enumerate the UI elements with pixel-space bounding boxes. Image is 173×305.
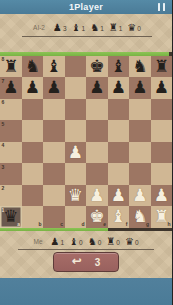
square-h2[interactable]: ♟: [151, 185, 173, 207]
square-h7[interactable]: ♟: [151, 77, 173, 99]
square-a6[interactable]: 6: [0, 99, 22, 121]
black-pawn: ♟: [22, 77, 44, 99]
square-e1[interactable]: e♚: [86, 206, 108, 228]
square-g8[interactable]: ♞: [129, 56, 151, 78]
white-king: ♚: [86, 206, 108, 228]
file-label: c: [60, 221, 63, 227]
square-a8[interactable]: 8♜: [0, 56, 22, 78]
knight-icon: ♞: [88, 236, 97, 247]
capture-count: 3: [63, 25, 67, 33]
square-a3[interactable]: 3: [0, 163, 22, 185]
square-a7[interactable]: 7♟: [0, 77, 22, 99]
black-rook: ♜: [0, 56, 22, 78]
square-g3[interactable]: [129, 163, 151, 185]
rank-label: 3: [2, 164, 5, 170]
page-title: 1Player: [69, 2, 103, 12]
capture-count: 0: [137, 25, 141, 33]
square-b6[interactable]: [22, 99, 44, 121]
chess-board[interactable]: 8♜♞♝♚♝♞♜7♟♟♟♟♟♟♟654♟32♛♟♟♟♟1a♛bcde♚f♝g♞h…: [0, 56, 172, 228]
black-pawn: ♟: [151, 77, 173, 99]
square-e3[interactable]: [86, 163, 108, 185]
white-pawn: ♟: [151, 185, 173, 207]
pawn-icon: ♟: [53, 22, 62, 33]
opponent-label: AI-2: [33, 24, 45, 31]
bishop-icon: ♝: [69, 236, 78, 247]
black-rook: ♜: [151, 56, 173, 78]
captured-pawn: ♟1: [51, 236, 65, 247]
square-a4[interactable]: 4: [0, 142, 22, 164]
black-king: ♚: [86, 56, 108, 78]
file-label: d: [81, 221, 84, 227]
pause-icon: [163, 3, 166, 11]
square-a5[interactable]: 5: [0, 120, 22, 142]
square-d6[interactable]: [65, 99, 87, 121]
pause-button[interactable]: [158, 3, 166, 11]
square-f8[interactable]: ♝: [108, 56, 130, 78]
white-pawn: ♟: [108, 185, 130, 207]
square-c3[interactable]: [43, 163, 65, 185]
pause-icon: [158, 3, 161, 11]
square-b8[interactable]: ♞: [22, 56, 44, 78]
square-a2[interactable]: 2: [0, 185, 22, 207]
square-b5[interactable]: [22, 120, 44, 142]
capture-count: 1: [119, 25, 123, 33]
bishop-icon: ♝: [72, 22, 81, 33]
white-bishop: ♝: [108, 206, 130, 228]
square-c5[interactable]: [43, 120, 65, 142]
square-b2[interactable]: [22, 185, 44, 207]
captured-bishop: ♝0: [69, 236, 83, 247]
square-a1[interactable]: 1a♛: [0, 206, 22, 228]
rank-label: 2: [2, 185, 5, 191]
capture-count: 0: [116, 239, 120, 247]
square-d1[interactable]: d: [65, 206, 87, 228]
queen-icon: ♛: [127, 22, 136, 33]
knight-icon: ♞: [90, 22, 99, 33]
square-d3[interactable]: [65, 163, 87, 185]
square-b1[interactable]: b: [22, 206, 44, 228]
capture-count: 0: [98, 239, 102, 247]
square-c2[interactable]: [43, 185, 65, 207]
square-b4[interactable]: [22, 142, 44, 164]
chess-app-screen: 1Player AI-2 ♟3♝1♞1♜1♛0 8♜♞♝♚♝♞♜7♟♟♟♟♟♟♟…: [0, 0, 172, 305]
square-f1[interactable]: f♝: [108, 206, 130, 228]
black-pawn: ♟: [0, 77, 22, 99]
white-pawn: ♟: [65, 142, 87, 164]
square-g2[interactable]: ♟: [129, 185, 151, 207]
square-e6[interactable]: [86, 99, 108, 121]
opponent-capture-tray: AI-2 ♟3♝1♞1♜1♛0: [22, 18, 152, 37]
captured-queen: ♛0: [127, 22, 141, 33]
square-b3[interactable]: [22, 163, 44, 185]
white-queen: ♛: [65, 185, 87, 207]
player-label: Me: [34, 238, 43, 245]
undo-button[interactable]: ↩ 3: [53, 252, 119, 272]
captured-rook: ♜0: [106, 236, 120, 247]
black-knight: ♞: [129, 56, 151, 78]
black-pawn: ♟: [129, 77, 151, 99]
square-c1[interactable]: c: [43, 206, 65, 228]
square-f2[interactable]: ♟: [108, 185, 130, 207]
square-h4[interactable]: [151, 142, 173, 164]
square-g4[interactable]: [129, 142, 151, 164]
black-queen: ♛: [0, 206, 22, 228]
capture-count: 0: [135, 239, 139, 247]
square-b7[interactable]: ♟: [22, 77, 44, 99]
square-d5[interactable]: [65, 120, 87, 142]
square-d7[interactable]: [65, 77, 87, 99]
square-h3[interactable]: [151, 163, 173, 185]
captured-queen: ♛0: [125, 236, 139, 247]
black-pawn: ♟: [108, 77, 130, 99]
capture-count: 1: [100, 25, 104, 33]
white-pawn: ♟: [129, 185, 151, 207]
black-knight: ♞: [22, 56, 44, 78]
pawn-icon: ♟: [51, 236, 60, 247]
square-h5[interactable]: [151, 120, 173, 142]
white-rook: ♜: [151, 206, 173, 228]
player-progress-bar: [0, 228, 172, 232]
square-c4[interactable]: [43, 142, 65, 164]
captured-knight: ♞1: [90, 22, 104, 33]
undo-icon: ↩: [72, 255, 82, 267]
captured-pawn: ♟3: [53, 22, 67, 33]
square-g7[interactable]: ♟: [129, 77, 151, 99]
square-d2[interactable]: ♛: [65, 185, 87, 207]
black-pawn: ♟: [43, 77, 65, 99]
square-f3[interactable]: [108, 163, 130, 185]
captured-bishop: ♝1: [72, 22, 86, 33]
file-label: b: [38, 221, 41, 227]
rank-label: 4: [2, 142, 5, 148]
square-h8[interactable]: ♜: [151, 56, 173, 78]
player-capture-tray: Me ♟1♝0♞0♜0♛0: [18, 233, 154, 250]
square-f4[interactable]: [108, 142, 130, 164]
top-bar: 1Player: [0, 0, 172, 14]
white-pawn: ♟: [86, 185, 108, 207]
captured-rook: ♜1: [109, 22, 123, 33]
black-bishop: ♝: [108, 56, 130, 78]
square-g6[interactable]: [129, 99, 151, 121]
square-h6[interactable]: [151, 99, 173, 121]
rook-icon: ♜: [109, 22, 118, 33]
bottom-strip: [0, 278, 172, 305]
rank-label: 6: [2, 99, 5, 105]
capture-count: 1: [82, 25, 86, 33]
queen-icon: ♛: [125, 236, 134, 247]
square-f7[interactable]: ♟: [108, 77, 130, 99]
square-e8[interactable]: ♚: [86, 56, 108, 78]
square-g5[interactable]: [129, 120, 151, 142]
rook-icon: ♜: [106, 236, 115, 247]
square-c6[interactable]: [43, 99, 65, 121]
square-h1[interactable]: h♜: [151, 206, 173, 228]
player-progress-fill: [0, 228, 108, 232]
white-knight: ♞: [129, 206, 151, 228]
square-c7[interactable]: ♟: [43, 77, 65, 99]
square-d4[interactable]: ♟: [65, 142, 87, 164]
rank-label: 5: [2, 121, 5, 127]
square-g1[interactable]: g♞: [129, 206, 151, 228]
square-e7[interactable]: ♟: [86, 77, 108, 99]
captured-knight: ♞0: [88, 236, 102, 247]
black-pawn: ♟: [86, 77, 108, 99]
square-e4[interactable]: [86, 142, 108, 164]
capture-count: 1: [61, 239, 65, 247]
black-bishop: ♝: [43, 56, 65, 78]
undo-count: 3: [95, 257, 101, 268]
square-d8[interactable]: [65, 56, 87, 78]
square-e5[interactable]: [86, 120, 108, 142]
square-e2[interactable]: ♟: [86, 185, 108, 207]
square-f6[interactable]: [108, 99, 130, 121]
capture-count: 0: [79, 239, 83, 247]
square-f5[interactable]: [108, 120, 130, 142]
square-c8[interactable]: ♝: [43, 56, 65, 78]
